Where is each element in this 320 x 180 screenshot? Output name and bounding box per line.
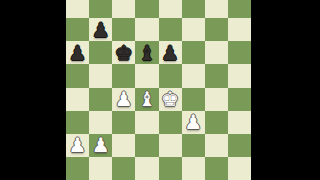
black-bishop-d6[interactable]: ♝ bbox=[135, 41, 158, 64]
square-h4[interactable] bbox=[228, 88, 251, 111]
square-c8[interactable] bbox=[112, 0, 135, 18]
square-g5[interactable] bbox=[205, 64, 228, 87]
square-g2[interactable] bbox=[205, 134, 228, 157]
square-c7[interactable] bbox=[112, 18, 135, 41]
square-d7[interactable] bbox=[135, 18, 158, 41]
square-f1[interactable] bbox=[182, 157, 205, 180]
right-letterbox-bar bbox=[251, 0, 320, 180]
square-e7[interactable] bbox=[159, 18, 182, 41]
square-e1[interactable] bbox=[159, 157, 182, 180]
square-f5[interactable] bbox=[182, 64, 205, 87]
white-pawn-a2[interactable]: ♟ bbox=[66, 134, 89, 157]
black-king-c6[interactable]: ♚ bbox=[112, 41, 135, 64]
square-a1[interactable] bbox=[66, 157, 89, 180]
square-e2[interactable] bbox=[159, 134, 182, 157]
square-g3[interactable] bbox=[205, 111, 228, 134]
square-b3[interactable] bbox=[89, 111, 112, 134]
square-c5[interactable] bbox=[112, 64, 135, 87]
black-pawn-a6[interactable]: ♟ bbox=[66, 41, 89, 64]
square-h3[interactable] bbox=[228, 111, 251, 134]
chessboard-screenshot: ♟♟♚♝♟♟♝♚♟♟♟ bbox=[0, 0, 320, 180]
square-f6[interactable] bbox=[182, 41, 205, 64]
square-d2[interactable] bbox=[135, 134, 158, 157]
square-a7[interactable] bbox=[66, 18, 89, 41]
square-g7[interactable] bbox=[205, 18, 228, 41]
white-pawn-b2[interactable]: ♟ bbox=[89, 134, 112, 157]
square-b5[interactable] bbox=[89, 64, 112, 87]
square-b6[interactable] bbox=[89, 41, 112, 64]
square-g4[interactable] bbox=[205, 88, 228, 111]
square-h1[interactable] bbox=[228, 157, 251, 180]
square-h5[interactable] bbox=[228, 64, 251, 87]
square-c1[interactable] bbox=[112, 157, 135, 180]
square-d8[interactable] bbox=[135, 0, 158, 18]
square-a3[interactable] bbox=[66, 111, 89, 134]
black-pawn-e6[interactable]: ♟ bbox=[159, 41, 182, 64]
square-c2[interactable] bbox=[112, 134, 135, 157]
square-a5[interactable] bbox=[66, 64, 89, 87]
square-c3[interactable] bbox=[112, 111, 135, 134]
square-g8[interactable] bbox=[205, 0, 228, 18]
square-e8[interactable] bbox=[159, 0, 182, 18]
square-b1[interactable] bbox=[89, 157, 112, 180]
black-pawn-b7[interactable]: ♟ bbox=[89, 18, 112, 41]
square-a8[interactable] bbox=[66, 0, 89, 18]
white-pawn-c4[interactable]: ♟ bbox=[112, 88, 135, 111]
white-king-e4[interactable]: ♚ bbox=[159, 88, 182, 111]
square-g6[interactable] bbox=[205, 41, 228, 64]
square-f4[interactable] bbox=[182, 88, 205, 111]
square-b4[interactable] bbox=[89, 88, 112, 111]
chess-board: ♟♟♚♝♟♟♝♚♟♟♟ bbox=[66, 0, 251, 180]
left-letterbox-bar bbox=[0, 0, 66, 180]
square-b8[interactable] bbox=[89, 0, 112, 18]
square-a4[interactable] bbox=[66, 88, 89, 111]
square-h6[interactable] bbox=[228, 41, 251, 64]
square-h8[interactable] bbox=[228, 0, 251, 18]
square-h2[interactable] bbox=[228, 134, 251, 157]
square-g1[interactable] bbox=[205, 157, 228, 180]
square-e3[interactable] bbox=[159, 111, 182, 134]
square-d5[interactable] bbox=[135, 64, 158, 87]
square-f2[interactable] bbox=[182, 134, 205, 157]
white-bishop-d4[interactable]: ♝ bbox=[135, 88, 158, 111]
square-f8[interactable] bbox=[182, 0, 205, 18]
square-h7[interactable] bbox=[228, 18, 251, 41]
square-e5[interactable] bbox=[159, 64, 182, 87]
square-f7[interactable] bbox=[182, 18, 205, 41]
white-pawn-f3[interactable]: ♟ bbox=[182, 111, 205, 134]
square-d3[interactable] bbox=[135, 111, 158, 134]
square-d1[interactable] bbox=[135, 157, 158, 180]
